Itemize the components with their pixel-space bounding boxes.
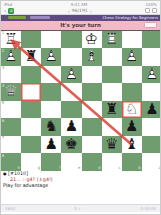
progress-chip-purple[interactable] — [30, 16, 50, 19]
white-pawn-e3[interactable]: ♟♙ — [61, 66, 81, 84]
prev-puzzle-button[interactable]: ‹ — [68, 8, 70, 14]
square-d4[interactable] — [82, 83, 102, 101]
status-time: 9:41 AM — [71, 2, 87, 7]
square-d8[interactable]: d — [82, 153, 102, 171]
square-c8[interactable]: c — [102, 153, 122, 171]
square-c7[interactable]: ♛ — [102, 136, 122, 154]
black-rook-g2[interactable]: ♜ — [21, 48, 41, 66]
goal-text: Play for advantage — [3, 183, 158, 189]
white-rook-h1[interactable]: ♜♖ — [1, 31, 21, 49]
bottom-toolbar: 1600 5 ✓ 0:00:04 — [1, 204, 160, 212]
nav-action-icons — [145, 8, 157, 13]
square-f7[interactable]: ♟ — [41, 136, 61, 154]
square-f5[interactable] — [41, 101, 61, 119]
square-h1[interactable]: 1♜♖ — [1, 31, 21, 49]
black-pawn-a5[interactable]: ♟ — [142, 101, 161, 119]
square-b1[interactable] — [122, 31, 142, 49]
next-puzzle-button[interactable]: › — [90, 8, 92, 14]
square-h4[interactable]: 4♛♕ — [1, 83, 21, 101]
puzzle-pager: ‹ 96/191 › — [14, 8, 145, 14]
back-chevron-icon[interactable]: ‹ — [4, 7, 6, 14]
rank-label: 8 — [2, 154, 5, 158]
rank-label: 3 — [2, 66, 5, 70]
turn-banner-text: It's your turn — [60, 22, 101, 28]
square-g4[interactable] — [21, 83, 41, 101]
square-h6[interactable]: 6 — [1, 118, 21, 136]
square-g3[interactable] — [21, 66, 41, 84]
white-rook-c1[interactable]: ♜♖ — [102, 31, 122, 49]
square-f4[interactable] — [41, 83, 61, 101]
white-pawn-f2[interactable]: ♟♙ — [41, 48, 61, 66]
black-pawn-e6[interactable]: ♟ — [61, 118, 81, 136]
square-g8[interactable]: g — [21, 153, 41, 171]
timer-label: 0:00:04 — [141, 206, 156, 211]
rank-label: 6 — [2, 119, 5, 123]
puzzle-counter: 96/191 — [72, 8, 88, 13]
square-b7[interactable]: ♝ — [122, 136, 142, 154]
square-c6[interactable] — [102, 118, 122, 136]
progress-chip-green[interactable] — [8, 16, 26, 19]
square-d1[interactable]: ♚♔ — [82, 31, 102, 49]
file-label: h — [18, 166, 21, 170]
square-b5[interactable]: ♞♘ — [122, 101, 142, 119]
square-a3[interactable]: ♟♙ — [142, 66, 161, 84]
status-left: iPad — [4, 2, 12, 7]
bonus-label[interactable]: 5 ✓ — [74, 206, 81, 211]
square-d3[interactable] — [82, 66, 102, 84]
file-label: c — [119, 166, 121, 170]
square-b3[interactable] — [122, 66, 142, 84]
square-c3[interactable] — [102, 66, 122, 84]
chess-board: 1♜♖♚♔♜♖2♟♙♜♟♙♝♗♟♙3♟♙♟♙4♛♕5♜♞♘♟6♞♟♟7♟♚♛♝8… — [1, 30, 161, 170]
square-e5[interactable] — [61, 101, 81, 119]
hint-button[interactable] — [144, 22, 157, 28]
file-label: b — [138, 166, 141, 170]
app-screen: iPad 9:41 AM 100% ‹ ♔ ‹ 96/191 › Chess S… — [0, 0, 161, 215]
nav-bar: ‹ ♔ ‹ 96/191 › — [1, 7, 160, 15]
square-f1[interactable] — [41, 31, 61, 49]
square-h8[interactable]: 8h — [1, 153, 21, 171]
square-g7[interactable] — [21, 136, 41, 154]
white-king-d1[interactable]: ♚♔ — [82, 31, 102, 49]
black-bishop-b7[interactable]: ♝ — [122, 136, 142, 154]
square-c1[interactable]: ♜♖ — [102, 31, 122, 49]
white-pawn-b2[interactable]: ♟♙ — [122, 48, 142, 66]
square-c2[interactable] — [102, 48, 122, 66]
square-e6[interactable]: ♟ — [61, 118, 81, 136]
white-queen-h4[interactable]: ♛♕ — [1, 83, 21, 101]
square-a2[interactable] — [142, 48, 161, 66]
turn-banner: It's your turn — [1, 21, 160, 30]
black-pawn-b6[interactable]: ♟ — [122, 118, 142, 136]
rating-label[interactable]: 1600 — [5, 206, 15, 211]
square-e2[interactable] — [61, 48, 81, 66]
file-label: a — [159, 166, 161, 170]
square-b8[interactable]: b — [122, 153, 142, 171]
side-to-move-indicator: ● — [3, 171, 7, 176]
status-battery: 100% — [146, 2, 157, 7]
file-label: e — [78, 166, 80, 170]
black-rook-c5[interactable]: ♜ — [102, 101, 122, 119]
board-list-icon[interactable] — [145, 8, 150, 13]
square-b6[interactable]: ♟ — [122, 118, 142, 136]
square-e3[interactable]: ♟♙ — [61, 66, 81, 84]
black-queen-c7[interactable]: ♛ — [102, 136, 122, 154]
square-d5[interactable] — [82, 101, 102, 119]
square-g6[interactable] — [21, 118, 41, 136]
square-e4[interactable] — [61, 83, 81, 101]
square-f2[interactable]: ♟♙ — [41, 48, 61, 66]
square-e1[interactable] — [61, 31, 81, 49]
square-a5[interactable]: ♟ — [142, 101, 161, 119]
puzzle-id: [#1010] — [8, 171, 28, 176]
white-knight-b5[interactable]: ♞♘ — [122, 101, 142, 119]
square-a4[interactable] — [142, 83, 161, 101]
square-f8[interactable]: f — [41, 153, 61, 171]
square-g2[interactable]: ♜ — [21, 48, 41, 66]
square-e8[interactable]: e — [61, 153, 81, 171]
annotation-panel: ● [#1010] 21... ♘g4? (♗g4!) Play for adv… — [1, 170, 160, 192]
file-label: g — [38, 166, 41, 170]
rank-label: 7 — [2, 136, 5, 140]
file-label: d — [98, 166, 101, 170]
square-d2[interactable]: ♝♗ — [82, 48, 102, 66]
square-g1[interactable] — [21, 31, 41, 49]
square-g5[interactable] — [21, 101, 41, 119]
file-label: f — [59, 166, 60, 170]
white-pawn-a3[interactable]: ♟♙ — [142, 66, 161, 84]
white-bishop-d2[interactable]: ♝♗ — [82, 48, 102, 66]
square-h3[interactable]: 3 — [1, 66, 21, 84]
square-f3[interactable] — [41, 66, 61, 84]
square-d6[interactable] — [82, 118, 102, 136]
square-a8[interactable]: a — [142, 153, 161, 171]
settings-icon[interactable] — [152, 8, 157, 13]
course-title: Chess Strategy for Beginners — [102, 15, 158, 20]
square-h7[interactable]: 7 — [1, 136, 21, 154]
square-c4[interactable] — [102, 83, 122, 101]
black-king-e7[interactable]: ♚ — [61, 136, 81, 154]
square-a7[interactable] — [142, 136, 161, 154]
square-h2[interactable]: 2♟♙ — [1, 48, 21, 66]
rank-label: 5 — [2, 101, 5, 105]
square-b2[interactable]: ♟♙ — [122, 48, 142, 66]
square-a1[interactable] — [142, 31, 161, 49]
board-grid: 1♜♖♚♔♜♖2♟♙♜♟♙♝♗♟♙3♟♙♟♙4♛♕5♜♞♘♟6♞♟♟7♟♚♛♝8… — [1, 31, 161, 171]
white-pawn-h2[interactable]: ♟♙ — [1, 48, 21, 66]
square-h5[interactable]: 5 — [1, 101, 21, 119]
square-a6[interactable] — [142, 118, 161, 136]
square-e7[interactable]: ♚ — [61, 136, 81, 154]
square-f6[interactable]: ♞ — [41, 118, 61, 136]
black-knight-f6[interactable]: ♞ — [41, 118, 61, 136]
square-c5[interactable]: ♜ — [102, 101, 122, 119]
black-pawn-f7[interactable]: ♟ — [41, 136, 61, 154]
square-b4[interactable] — [122, 83, 142, 101]
square-d7[interactable] — [82, 136, 102, 154]
